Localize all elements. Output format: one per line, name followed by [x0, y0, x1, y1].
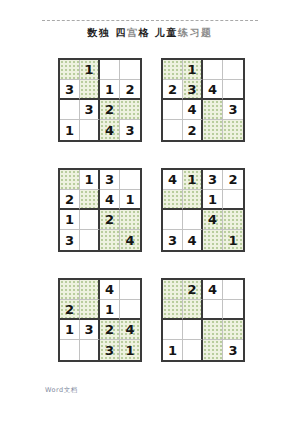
- sudoku-cell-puzzle-3-r1c4: [120, 170, 140, 190]
- sudoku-cell-puzzle-6-r4c3: [203, 340, 223, 360]
- sudoku-cell-puzzle-3-r3c1: 1: [60, 210, 80, 230]
- sudoku-cell-puzzle-4-r4c3: [203, 230, 223, 250]
- sudoku-cell-puzzle-1-r3c1: [60, 100, 80, 120]
- sudoku-board-2: 1234432: [161, 58, 245, 142]
- sudoku-cell-puzzle-2-r3c2: 4: [183, 100, 203, 120]
- sudoku-cell-puzzle-6-r1c2: 2: [183, 280, 203, 300]
- sudoku-cell-puzzle-4-r2c1: [163, 190, 183, 210]
- sudoku-cell-puzzle-1-r2c1: 3: [60, 80, 80, 100]
- sudoku-cell-puzzle-1-r2c3: 1: [100, 80, 120, 100]
- sudoku-cell-puzzle-2-r3c4: 3: [223, 100, 243, 120]
- sudoku-board-1: 131232143: [58, 58, 142, 142]
- sudoku-cell-puzzle-2-r4c2: 2: [183, 120, 203, 140]
- sudoku-cell-puzzle-2-r4c1: [163, 120, 183, 140]
- sudoku-cell-puzzle-6-r1c3: 4: [203, 280, 223, 300]
- sudoku-cell-puzzle-5-r3c4: 4: [120, 320, 140, 340]
- sudoku-cell-puzzle-3-r2c3: 4: [100, 190, 120, 210]
- sudoku-cell-puzzle-5-r2c4: [120, 300, 140, 320]
- sudoku-cell-puzzle-3-r1c2: 1: [80, 170, 100, 190]
- sudoku-board-5: 421132431: [58, 278, 142, 362]
- sudoku-cell-puzzle-5-r4c1: [60, 340, 80, 360]
- sudoku-cell-puzzle-5-r1c3: 4: [100, 280, 120, 300]
- sudoku-cell-puzzle-6-r3c4: [223, 320, 243, 340]
- sudoku-board-4: 413214341: [161, 168, 245, 252]
- sudoku-cell-puzzle-2-r2c3: 4: [203, 80, 223, 100]
- sudoku-cell-puzzle-3-r4c1: 3: [60, 230, 80, 250]
- sudoku-cell-puzzle-2-r4c3: [203, 120, 223, 140]
- sudoku-cell-puzzle-3-r3c3: 2: [100, 210, 120, 230]
- sudoku-cell-puzzle-1-r4c2: [80, 120, 100, 140]
- sudoku-cell-puzzle-2-r1c3: [203, 60, 223, 80]
- page-title-segment: 数独 四: [88, 27, 127, 38]
- sudoku-cell-puzzle-5-r1c4: [120, 280, 140, 300]
- sudoku-cell-puzzle-6-r4c1: 1: [163, 340, 183, 360]
- sudoku-cell-puzzle-4-r2c3: 1: [203, 190, 223, 210]
- sudoku-cell-puzzle-1-r3c3: 2: [100, 100, 120, 120]
- sudoku-cell-puzzle-5-r2c1: 2: [60, 300, 80, 320]
- page-title: 数独 四宫格 儿童练习题: [0, 26, 300, 40]
- page-title-segment: 练习题: [178, 27, 213, 38]
- sudoku-cell-puzzle-6-r2c1: [163, 300, 183, 320]
- sudoku-cell-puzzle-4-r1c3: 3: [203, 170, 223, 190]
- sudoku-cell-puzzle-1-r4c3: 4: [100, 120, 120, 140]
- sudoku-cell-puzzle-3-r2c2: [80, 190, 100, 210]
- sudoku-cell-puzzle-6-r2c2: [183, 300, 203, 320]
- sudoku-cell-puzzle-4-r2c2: [183, 190, 203, 210]
- sudoku-cell-puzzle-2-r3c1: [163, 100, 183, 120]
- sudoku-cell-puzzle-5-r2c2: [80, 300, 100, 320]
- sudoku-cell-puzzle-3-r4c3: [100, 230, 120, 250]
- sudoku-cell-puzzle-1-r2c4: 2: [120, 80, 140, 100]
- sudoku-cell-puzzle-4-r1c1: 4: [163, 170, 183, 190]
- sudoku-cell-puzzle-1-r2c2: [80, 80, 100, 100]
- sudoku-cell-puzzle-3-r4c2: [80, 230, 100, 250]
- sudoku-cell-puzzle-3-r1c1: [60, 170, 80, 190]
- sudoku-cell-puzzle-4-r4c4: 1: [223, 230, 243, 250]
- sudoku-cell-puzzle-4-r3c1: [163, 210, 183, 230]
- sudoku-cell-puzzle-1-r1c3: [100, 60, 120, 80]
- sudoku-cell-puzzle-5-r3c3: 2: [100, 320, 120, 340]
- sudoku-cell-puzzle-4-r4c2: 4: [183, 230, 203, 250]
- sudoku-cell-puzzle-1-r1c4: [120, 60, 140, 80]
- sudoku-cell-puzzle-6-r3c3: [203, 320, 223, 340]
- sudoku-cell-puzzle-4-r1c4: 2: [223, 170, 243, 190]
- sudoku-cell-puzzle-1-r4c4: 3: [120, 120, 140, 140]
- sudoku-cell-puzzle-5-r3c1: 1: [60, 320, 80, 340]
- sudoku-cell-puzzle-5-r4c3: 3: [100, 340, 120, 360]
- page-title-segment: 宫: [127, 27, 139, 38]
- sudoku-cell-puzzle-5-r1c1: [60, 280, 80, 300]
- sudoku-cell-puzzle-3-r3c2: [80, 210, 100, 230]
- sudoku-cell-puzzle-5-r3c2: 3: [80, 320, 100, 340]
- sudoku-cell-puzzle-1-r1c1: [60, 60, 80, 80]
- sudoku-cell-puzzle-6-r2c4: [223, 300, 243, 320]
- sudoku-cell-puzzle-6-r1c1: [163, 280, 183, 300]
- sudoku-cell-puzzle-5-r4c4: 1: [120, 340, 140, 360]
- watermark-text: Word文档: [45, 386, 78, 395]
- sudoku-board-3: 132411234: [58, 168, 142, 252]
- sudoku-cell-puzzle-2-r1c1: [163, 60, 183, 80]
- sudoku-cell-puzzle-3-r2c1: 2: [60, 190, 80, 210]
- sudoku-cell-puzzle-2-r2c1: 2: [163, 80, 183, 100]
- page-title-segment: 格 儿童: [139, 27, 178, 38]
- sudoku-cell-puzzle-2-r1c2: 1: [183, 60, 203, 80]
- sudoku-cell-puzzle-3-r3c4: [120, 210, 140, 230]
- sudoku-cell-puzzle-5-r2c3: 1: [100, 300, 120, 320]
- sudoku-cell-puzzle-2-r4c4: [223, 120, 243, 140]
- sudoku-cell-puzzle-2-r2c4: [223, 80, 243, 100]
- sudoku-cell-puzzle-4-r3c4: [223, 210, 243, 230]
- sudoku-cell-puzzle-2-r2c2: 3: [183, 80, 203, 100]
- sudoku-cell-puzzle-6-r3c2: [183, 320, 203, 340]
- sudoku-cell-puzzle-1-r1c2: 1: [80, 60, 100, 80]
- sudoku-cell-puzzle-3-r1c3: 3: [100, 170, 120, 190]
- sudoku-cell-puzzle-5-r1c2: [80, 280, 100, 300]
- sudoku-cell-puzzle-6-r3c1: [163, 320, 183, 340]
- sudoku-cell-puzzle-6-r2c3: [203, 300, 223, 320]
- sudoku-cell-puzzle-3-r2c4: 1: [120, 190, 140, 210]
- sudoku-board-6: 2413: [161, 278, 245, 362]
- sudoku-cell-puzzle-1-r4c1: 1: [60, 120, 80, 140]
- sudoku-cell-puzzle-1-r3c2: 3: [80, 100, 100, 120]
- sudoku-cell-puzzle-6-r1c4: [223, 280, 243, 300]
- sudoku-cell-puzzle-2-r1c4: [223, 60, 243, 80]
- sudoku-cell-puzzle-5-r4c2: [80, 340, 100, 360]
- sudoku-cell-puzzle-2-r3c3: [203, 100, 223, 120]
- sudoku-cell-puzzle-4-r3c3: 4: [203, 210, 223, 230]
- sudoku-cell-puzzle-4-r2c4: [223, 190, 243, 210]
- sudoku-cell-puzzle-3-r4c4: 4: [120, 230, 140, 250]
- sudoku-cell-puzzle-4-r1c2: 1: [183, 170, 203, 190]
- sudoku-cell-puzzle-4-r4c1: 3: [163, 230, 183, 250]
- sudoku-cell-puzzle-1-r3c4: [120, 100, 140, 120]
- sudoku-cell-puzzle-6-r4c2: [183, 340, 203, 360]
- sudoku-cell-puzzle-6-r4c4: 3: [223, 340, 243, 360]
- sudoku-cell-puzzle-4-r3c2: [183, 210, 203, 230]
- divider-line: [42, 20, 258, 21]
